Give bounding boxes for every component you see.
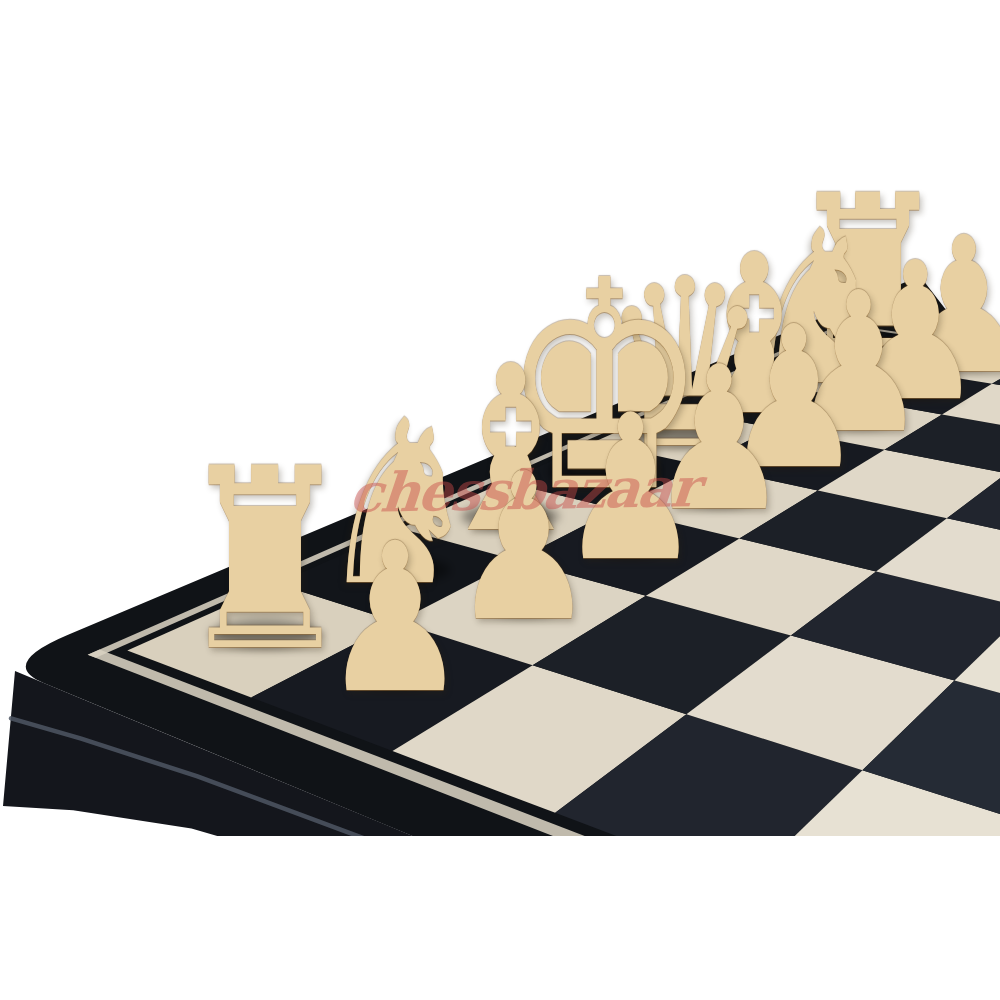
shadow-d2 bbox=[757, 446, 831, 465]
shadow-h1 bbox=[210, 620, 320, 649]
shadow-d1 bbox=[632, 419, 737, 446]
shadow-g1 bbox=[348, 556, 451, 583]
shadow-b2 bbox=[879, 378, 951, 397]
shadow-g2 bbox=[485, 597, 562, 617]
shadow-e2 bbox=[681, 488, 756, 508]
chess-set-product-photo: ♜♟♞♟♝♟♛♟♚♟♝♟♞♟♜♟ chessbazaar bbox=[0, 0, 1000, 1000]
shadow-b1 bbox=[766, 358, 862, 383]
shadow-a1 bbox=[818, 332, 918, 358]
photo-crop-strip bbox=[0, 836, 1000, 1000]
shadow-a2 bbox=[928, 351, 999, 370]
shadow-h2 bbox=[356, 669, 434, 689]
shadow-f1 bbox=[461, 504, 559, 529]
shadow-f2 bbox=[592, 537, 668, 557]
shadow-e1 bbox=[548, 457, 660, 486]
shadow-c1 bbox=[707, 388, 801, 412]
shadow-c2 bbox=[822, 410, 895, 429]
